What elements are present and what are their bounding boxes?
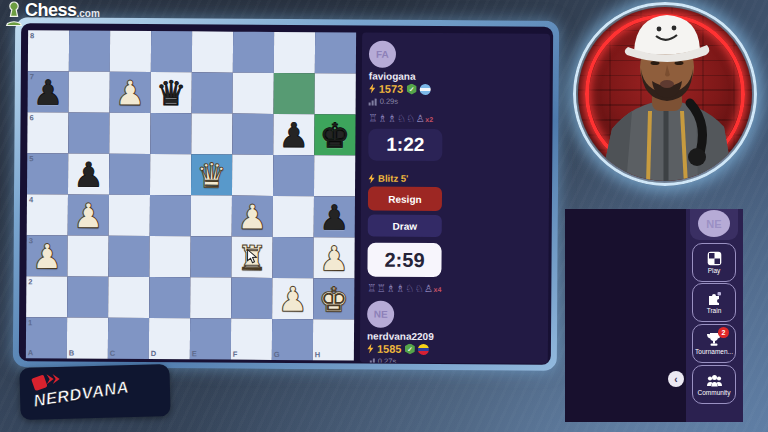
white-pawn-f4[interactable]: ♟ [232,196,273,237]
square-h3[interactable]: ♟ [313,237,354,278]
square-f8[interactable] [233,32,274,73]
captured-multiplier: x2 [425,116,433,123]
file-label: G [274,350,280,359]
rank-label: 8 [30,31,34,40]
mobile-app-panel: NE Play Train 2 Tour [565,209,743,422]
square-d8[interactable] [151,31,192,72]
square-e4[interactable] [191,195,232,236]
square-d1[interactable]: D [149,318,190,359]
verified-badge-icon: ✓ [404,343,415,354]
square-b3[interactable] [67,235,108,276]
square-e2[interactable] [190,277,231,318]
square-g1[interactable]: G [272,319,313,360]
square-f6[interactable] [232,114,273,155]
square-e8[interactable] [192,31,233,72]
square-f4[interactable]: ♟ [232,196,273,237]
black-pawn-b5[interactable]: ♟ [68,153,109,194]
chesscom-logo: Chess.com [3,0,100,26]
square-g6[interactable]: ♟ [273,114,314,155]
puzzle-icon [707,291,722,306]
time-control-label: Blitz 5' [368,173,408,184]
white-pawn-c7[interactable]: ♟ [110,72,151,113]
top-player-rating-row: 1573 ✓ [369,83,432,95]
sidebar-item-play[interactable]: Play [692,243,736,282]
square-g3[interactable] [272,237,313,278]
square-g8[interactable] [274,32,315,73]
square-c8[interactable] [110,31,151,72]
tournaments-badge: 2 [718,327,729,338]
sidebar-item-tournaments[interactable]: 2 Tournamen... [692,324,736,363]
webcam-feed [578,7,752,181]
white-queen-e5[interactable]: ♛ [191,154,232,195]
nerdvana-banner: NERDVANA [19,364,170,420]
bottom-player-rating-row: 1585 ✓ [367,343,430,355]
white-pawn-h3[interactable]: ♟ [313,237,354,278]
square-g4[interactable] [273,196,314,237]
rank-label: 3 [29,236,33,245]
file-label: F [233,350,238,359]
rank-label: 6 [29,113,33,122]
square-h1[interactable]: H [313,319,354,360]
square-e6[interactable] [191,113,232,154]
black-pawn-g6[interactable]: ♟ [273,114,314,155]
square-a4[interactable]: 4 [27,194,68,235]
lightning-icon [369,84,376,94]
square-h7[interactable] [315,73,356,114]
square-b6[interactable] [68,112,109,153]
top-player-clock: 1:22 [368,129,442,162]
square-b8[interactable] [69,30,110,71]
square-a7[interactable]: 7♟ [28,71,69,112]
square-h6[interactable]: ♚ [314,114,355,155]
square-c3[interactable] [108,236,149,277]
file-label: C [110,349,115,358]
play-board-icon [707,251,722,266]
venezuela-flag-icon [418,343,429,354]
square-a8[interactable]: 8 [28,30,69,71]
square-h5[interactable] [314,155,355,196]
square-b2[interactable] [67,276,108,317]
black-queen-d7[interactable]: ♛ [151,72,192,113]
top-player-captured-pieces: ♖♗♗♘♘♙x2 [368,113,433,124]
square-a1[interactable]: 1A [26,317,67,358]
black-pawn-h4[interactable]: ♟ [314,196,355,237]
square-d6[interactable] [150,113,191,154]
app-sidebar: NE Play Train 2 Tour [686,209,743,422]
logo-brand: Chess [25,0,77,21]
mouse-cursor-icon [247,249,258,264]
resign-button[interactable]: Resign [368,187,442,212]
verified-badge-icon: ✓ [406,83,417,94]
top-player-rating: 1573 [379,83,404,95]
white-pawn-g2[interactable]: ♟ [272,278,313,319]
top-player-latency: 0.29s [369,97,398,106]
square-c7[interactable]: ♟ [110,72,151,113]
square-g2[interactable]: ♟ [272,278,313,319]
square-c4[interactable] [109,195,150,236]
app-avatar[interactable]: NE [698,210,730,237]
white-king-h2[interactable]: ♚ [313,278,354,319]
square-e3[interactable] [190,236,231,277]
square-a3[interactable]: 3♟ [26,235,67,276]
chess-board[interactable]: 87♟♟♛6♟♚5♟♛4♟♟♟3♟♜♟2♟♚1ABCDEFGH [26,30,356,360]
rank-label: 4 [29,195,33,204]
sidebar-item-community[interactable]: Community [692,365,736,404]
top-player-avatar[interactable]: FA [369,41,396,68]
file-label: E [192,349,197,358]
argentina-flag-icon [420,83,431,94]
square-d3[interactable] [149,236,190,277]
game-window-body: 87♟♟♛6♟♚5♟♛4♟♟♟3♟♜♟2♟♚1ABCDEFGH FA favio… [19,23,553,365]
square-h4[interactable]: ♟ [314,196,355,237]
bottom-player-avatar[interactable]: NE [367,301,394,328]
game-info-panel: FA faviogana 1573 ✓ 0.29s ♖♗♗♘♘♙x2 1:22 … [360,33,550,364]
square-c1[interactable]: C [108,318,149,359]
square-f7[interactable] [233,73,274,114]
webcam-frame [573,2,757,186]
square-c6[interactable] [109,113,150,154]
lightning-icon [367,344,374,354]
file-label: A [28,348,33,357]
streamer-portrait [578,7,752,181]
file-label: D [151,349,156,358]
signal-icon [369,99,377,106]
square-b1[interactable]: B [67,317,108,358]
square-c2[interactable] [108,277,149,318]
square-e5[interactable]: ♛ [191,154,232,195]
square-b5[interactable]: ♟ [68,153,109,194]
black-king-h6[interactable]: ♚ [314,114,355,155]
logo-tld: .com [77,8,100,19]
app-avatar-backdrop: NE [690,209,738,240]
bottom-player-latency: 0.27s [367,357,396,364]
signal-icon [367,359,375,364]
white-pawn-b4[interactable]: ♟ [68,194,109,235]
community-people-icon [706,374,723,388]
square-h8[interactable] [315,32,356,73]
file-label: H [315,350,320,359]
square-a6[interactable]: 6 [27,112,68,153]
square-h2[interactable]: ♚ [313,278,354,319]
square-f2[interactable] [231,278,272,319]
square-d5[interactable] [150,154,191,195]
bottom-player-captured-pieces: ♖♖♗♗♘♘♙x4 [367,283,441,295]
square-d4[interactable] [150,195,191,236]
square-a5[interactable]: 5 [27,153,68,194]
chesscom-pawn-icon [3,0,25,26]
game-window: 87♟♟♛6♟♚5♟♛4♟♟♟3♟♜♟2♟♚1ABCDEFGH FA favio… [13,17,559,371]
file-label: B [69,348,74,357]
square-e1[interactable]: E [190,318,231,359]
square-b4[interactable]: ♟ [68,194,109,235]
bottom-player-rating: 1585 [377,343,402,355]
sidebar-item-train[interactable]: Train [692,283,736,322]
captured-multiplier: x4 [434,286,442,293]
rank-label: 7 [30,72,34,81]
square-c5[interactable] [109,154,150,195]
square-a2[interactable]: 2 [26,276,67,317]
square-e7[interactable] [192,72,233,113]
collapse-chevron-icon[interactable]: ‹ [668,371,684,387]
bottom-player-clock: 2:59 [367,243,441,278]
rank-label: 2 [28,277,32,286]
lightning-icon [368,173,375,183]
rank-label: 1 [28,318,32,327]
square-g5[interactable] [273,155,314,196]
square-b7[interactable] [69,71,110,112]
bottom-player-name[interactable]: nerdvana2209 [367,331,434,342]
square-g7[interactable] [274,73,315,114]
top-player-name[interactable]: faviogana [369,71,416,82]
square-f1[interactable]: F [231,319,272,360]
draw-button[interactable]: Draw [368,215,442,238]
square-d7[interactable]: ♛ [151,72,192,113]
square-d2[interactable] [149,277,190,318]
rank-label: 5 [29,154,33,163]
square-f5[interactable] [232,155,273,196]
